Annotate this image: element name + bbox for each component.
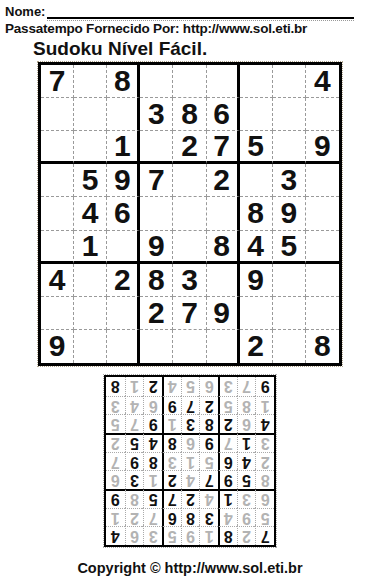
solution-cell-r5c3: 6	[218, 452, 237, 471]
name-blank-line[interactable]	[47, 3, 354, 19]
puzzle-cell-r2c8[interactable]	[273, 98, 306, 131]
puzzle-cell-r4c7[interactable]	[240, 164, 273, 197]
puzzle-cell-r4c3[interactable]: 9	[107, 164, 140, 197]
solution-cell-r4c7: 1	[143, 470, 162, 489]
puzzle-cell-r8c7[interactable]	[240, 297, 273, 330]
puzzle-cell-r1c7[interactable]	[240, 65, 273, 98]
solution-cell-r7c3: 2	[218, 414, 237, 433]
solution-cell-r1c7: 3	[143, 526, 162, 545]
solution-cell-r7c7: 9	[143, 414, 162, 433]
puzzle-cell-r8c6[interactable]: 9	[207, 297, 240, 330]
puzzle-cell-r5c1[interactable]	[41, 197, 74, 230]
puzzle-cell-r8c8[interactable]	[273, 297, 306, 330]
sudoku-puzzle-grid: 784386127595972346891984542839279928	[38, 62, 342, 366]
puzzle-cell-r9c7[interactable]: 2	[240, 330, 273, 363]
puzzle-cell-r5c8[interactable]: 9	[273, 197, 306, 230]
copyright-text: Copyright © http://www.sol.eti.br	[0, 560, 380, 576]
puzzle-cell-r4c9[interactable]	[306, 164, 339, 197]
solution-cell-r2c2: 9	[237, 508, 256, 527]
solution-cell-r4c2: 5	[237, 470, 256, 489]
solution-cell-r6c8: 5	[125, 433, 144, 452]
puzzle-cell-r6c7[interactable]: 4	[240, 231, 273, 264]
solution-cell-r6c2: 1	[237, 433, 256, 452]
solution-cell-r7c1: 4	[255, 414, 274, 433]
solution-cell-r7c5: 3	[181, 414, 200, 433]
puzzle-cell-r6c2[interactable]: 1	[74, 231, 107, 264]
puzzle-cell-r2c1[interactable]	[41, 98, 74, 131]
solution-cell-r7c6: 1	[162, 414, 181, 433]
puzzle-cell-r9c8[interactable]	[273, 330, 306, 363]
puzzle-cell-r9c5[interactable]	[173, 330, 206, 363]
solution-cell-r6c4: 9	[199, 433, 218, 452]
puzzle-cell-r6c9[interactable]	[306, 231, 339, 264]
solution-cell-r4c8: 3	[125, 470, 144, 489]
puzzle-cell-r6c1[interactable]	[41, 231, 74, 264]
puzzle-cell-r8c4[interactable]: 2	[140, 297, 173, 330]
solution-cell-r4c5: 4	[181, 470, 200, 489]
solution-cell-r6c6: 8	[162, 433, 181, 452]
solution-cell-r8c1: 1	[255, 396, 274, 415]
solution-cell-r9c7: 2	[143, 377, 162, 396]
solution-cell-r3c3: 1	[218, 489, 237, 508]
puzzle-cell-r3c8[interactable]	[273, 131, 306, 164]
puzzle-cell-r3c9[interactable]: 9	[306, 131, 339, 164]
solution-cell-r9c2: 7	[237, 377, 256, 396]
puzzle-cell-r6c6[interactable]: 8	[207, 231, 240, 264]
puzzle-cell-r2c9[interactable]	[306, 98, 339, 131]
solution-cell-r6c3: 7	[218, 433, 237, 452]
solution-cell-r7c2: 6	[237, 414, 256, 433]
solution-cell-r6c7: 4	[143, 433, 162, 452]
puzzle-cell-r9c9[interactable]: 8	[306, 330, 339, 363]
solution-cell-r2c8: 2	[125, 508, 144, 527]
puzzle-cell-r8c5[interactable]: 7	[173, 297, 206, 330]
solution-cell-r2c4: 3	[199, 508, 218, 527]
solution-cell-r8c6: 9	[162, 396, 181, 415]
name-label: Nome:	[5, 4, 45, 19]
solution-cell-r3c7: 5	[143, 489, 162, 508]
solution-cell-r3c4: 4	[199, 489, 218, 508]
puzzle-cell-r2c7[interactable]	[240, 98, 273, 131]
puzzle-cell-r3c3[interactable]: 1	[107, 131, 140, 164]
solution-cell-r1c8: 6	[125, 526, 144, 545]
solution-cell-r8c4: 2	[199, 396, 218, 415]
puzzle-cell-r6c8[interactable]: 5	[273, 231, 306, 264]
sudoku-solution-grid-rotated: 7281953645943867216314275898597421362465…	[104, 375, 276, 547]
solution-cell-r5c5: 1	[181, 452, 200, 471]
puzzle-cell-r6c5[interactable]	[173, 231, 206, 264]
solution-cell-r1c6: 5	[162, 526, 181, 545]
puzzle-cell-r1c6[interactable]	[207, 65, 240, 98]
puzzle-cell-r5c7[interactable]: 8	[240, 197, 273, 230]
puzzle-cell-r9c2[interactable]	[74, 330, 107, 363]
puzzle-cell-r7c5[interactable]: 3	[173, 264, 206, 297]
solution-cell-r8c7: 6	[143, 396, 162, 415]
solution-cell-r1c4: 1	[199, 526, 218, 545]
puzzle-cell-r3c6[interactable]: 7	[207, 131, 240, 164]
solution-cell-r2c1: 5	[255, 508, 274, 527]
puzzle-cell-r4c8[interactable]: 3	[273, 164, 306, 197]
solution-cell-r9c1: 9	[255, 377, 274, 396]
puzzle-cell-r7c1[interactable]: 4	[41, 264, 74, 297]
puzzle-cell-r6c4[interactable]: 9	[140, 231, 173, 264]
solution-cell-r8c2: 8	[237, 396, 256, 415]
solution-cell-r3c1: 6	[255, 489, 274, 508]
solution-cell-r9c4: 6	[199, 377, 218, 396]
puzzle-cell-r7c7[interactable]: 9	[240, 264, 273, 297]
puzzle-cell-r2c4[interactable]: 3	[140, 98, 173, 131]
puzzle-cell-r1c2[interactable]	[74, 65, 107, 98]
solution-cell-r1c3: 8	[218, 526, 237, 545]
puzzle-cell-r3c7[interactable]: 5	[240, 131, 273, 164]
puzzle-cell-r1c3[interactable]: 8	[107, 65, 140, 98]
solution-cell-r1c9: 4	[106, 526, 125, 545]
puzzle-cell-r1c9[interactable]: 4	[306, 65, 339, 98]
puzzle-cell-r5c5[interactable]	[173, 197, 206, 230]
puzzle-cell-r5c9[interactable]	[306, 197, 339, 230]
solution-cell-r6c9: 2	[106, 433, 125, 452]
solution-cell-r1c1: 7	[255, 526, 274, 545]
puzzle-cell-r2c5[interactable]: 8	[173, 98, 206, 131]
solution-cell-r2c5: 8	[181, 508, 200, 527]
solution-cell-r3c5: 2	[181, 489, 200, 508]
solution-cell-r4c6: 2	[162, 470, 181, 489]
solution-cell-r5c8: 9	[125, 452, 144, 471]
solution-cell-r8c5: 7	[181, 396, 200, 415]
puzzle-cell-r8c9[interactable]	[306, 297, 339, 330]
solution-cell-r4c1: 8	[255, 470, 274, 489]
solution-cell-r3c9: 9	[106, 489, 125, 508]
provider-line: Passatempo Fornecido Por: http://www.sol…	[5, 21, 307, 36]
puzzle-cell-r8c2[interactable]	[74, 297, 107, 330]
solution-cell-r6c5: 6	[181, 433, 200, 452]
puzzle-cell-r4c6[interactable]: 2	[207, 164, 240, 197]
puzzle-cell-r9c4[interactable]	[140, 330, 173, 363]
puzzle-cell-r4c1[interactable]	[41, 164, 74, 197]
solution-cell-r4c3: 9	[218, 470, 237, 489]
solution-cell-r1c2: 2	[237, 526, 256, 545]
puzzle-cell-r7c8[interactable]	[273, 264, 306, 297]
solution-cell-r9c3: 3	[218, 377, 237, 396]
solution-cell-r3c2: 3	[237, 489, 256, 508]
solution-cell-r5c9: 7	[106, 452, 125, 471]
puzzle-cell-r4c5[interactable]	[173, 164, 206, 197]
puzzle-cell-r2c2[interactable]	[74, 98, 107, 131]
puzzle-cell-r8c3[interactable]	[107, 297, 140, 330]
solution-cell-r9c6: 4	[162, 377, 181, 396]
puzzle-cell-r5c4[interactable]	[140, 197, 173, 230]
puzzle-cell-r2c6[interactable]: 6	[207, 98, 240, 131]
puzzle-cell-r5c2[interactable]: 4	[74, 197, 107, 230]
puzzle-cell-r7c3[interactable]: 2	[107, 264, 140, 297]
solution-cell-r7c9: 5	[106, 414, 125, 433]
puzzle-cell-r8c1[interactable]	[41, 297, 74, 330]
puzzle-cell-r4c4[interactable]: 7	[140, 164, 173, 197]
solution-cell-r3c6: 7	[162, 489, 181, 508]
puzzle-cell-r7c6[interactable]	[207, 264, 240, 297]
puzzle-cell-r3c4[interactable]	[140, 131, 173, 164]
solution-cell-r9c9: 8	[106, 377, 125, 396]
solution-cell-r1c5: 9	[181, 526, 200, 545]
puzzle-cell-r4c2[interactable]: 5	[74, 164, 107, 197]
solution-cell-r8c3: 5	[218, 396, 237, 415]
solution-cell-r2c3: 4	[218, 508, 237, 527]
puzzle-cell-r7c9[interactable]	[306, 264, 339, 297]
solution-cell-r8c8: 4	[125, 396, 144, 415]
puzzle-cell-r7c2[interactable]	[74, 264, 107, 297]
solution-cell-r5c6: 3	[162, 452, 181, 471]
puzzle-cell-r3c1[interactable]	[41, 131, 74, 164]
solution-cell-r4c9: 6	[106, 470, 125, 489]
puzzle-cell-r1c1[interactable]: 7	[41, 65, 74, 98]
solution-cell-r8c9: 3	[106, 396, 125, 415]
puzzle-cell-r3c5[interactable]: 2	[173, 131, 206, 164]
solution-cell-r4c4: 7	[199, 470, 218, 489]
solution-cell-r2c7: 7	[143, 508, 162, 527]
solution-cell-r5c2: 4	[237, 452, 256, 471]
name-field-row: Nome:	[5, 3, 354, 19]
page-title: Sudoku Nível Fácil.	[33, 38, 207, 60]
puzzle-cell-r5c6[interactable]	[207, 197, 240, 230]
solution-cell-r7c4: 8	[199, 414, 218, 433]
puzzle-cell-r1c8[interactable]	[273, 65, 306, 98]
solution-cell-r6c1: 3	[255, 433, 274, 452]
puzzle-cell-r5c3[interactable]: 6	[107, 197, 140, 230]
puzzle-cell-r2c3[interactable]	[107, 98, 140, 131]
solution-cell-r9c8: 1	[125, 377, 144, 396]
puzzle-cell-r9c1[interactable]: 9	[41, 330, 74, 363]
solution-cell-r5c4: 5	[199, 452, 218, 471]
puzzle-cell-r9c6[interactable]	[207, 330, 240, 363]
solution-cell-r5c1: 2	[255, 452, 274, 471]
solution-cell-r2c9: 1	[106, 508, 125, 527]
puzzle-cell-r7c4[interactable]: 8	[140, 264, 173, 297]
puzzle-cell-r1c5[interactable]	[173, 65, 206, 98]
solution-cell-r7c8: 7	[125, 414, 144, 433]
puzzle-cell-r3c2[interactable]	[74, 131, 107, 164]
puzzle-cell-r9c3[interactable]	[107, 330, 140, 363]
solution-cell-r9c5: 5	[181, 377, 200, 396]
puzzle-cell-r6c3[interactable]	[107, 231, 140, 264]
solution-cell-r2c6: 6	[162, 508, 181, 527]
puzzle-cell-r1c4[interactable]	[140, 65, 173, 98]
solution-cell-r3c8: 8	[125, 489, 144, 508]
solution-cell-r5c7: 8	[143, 452, 162, 471]
